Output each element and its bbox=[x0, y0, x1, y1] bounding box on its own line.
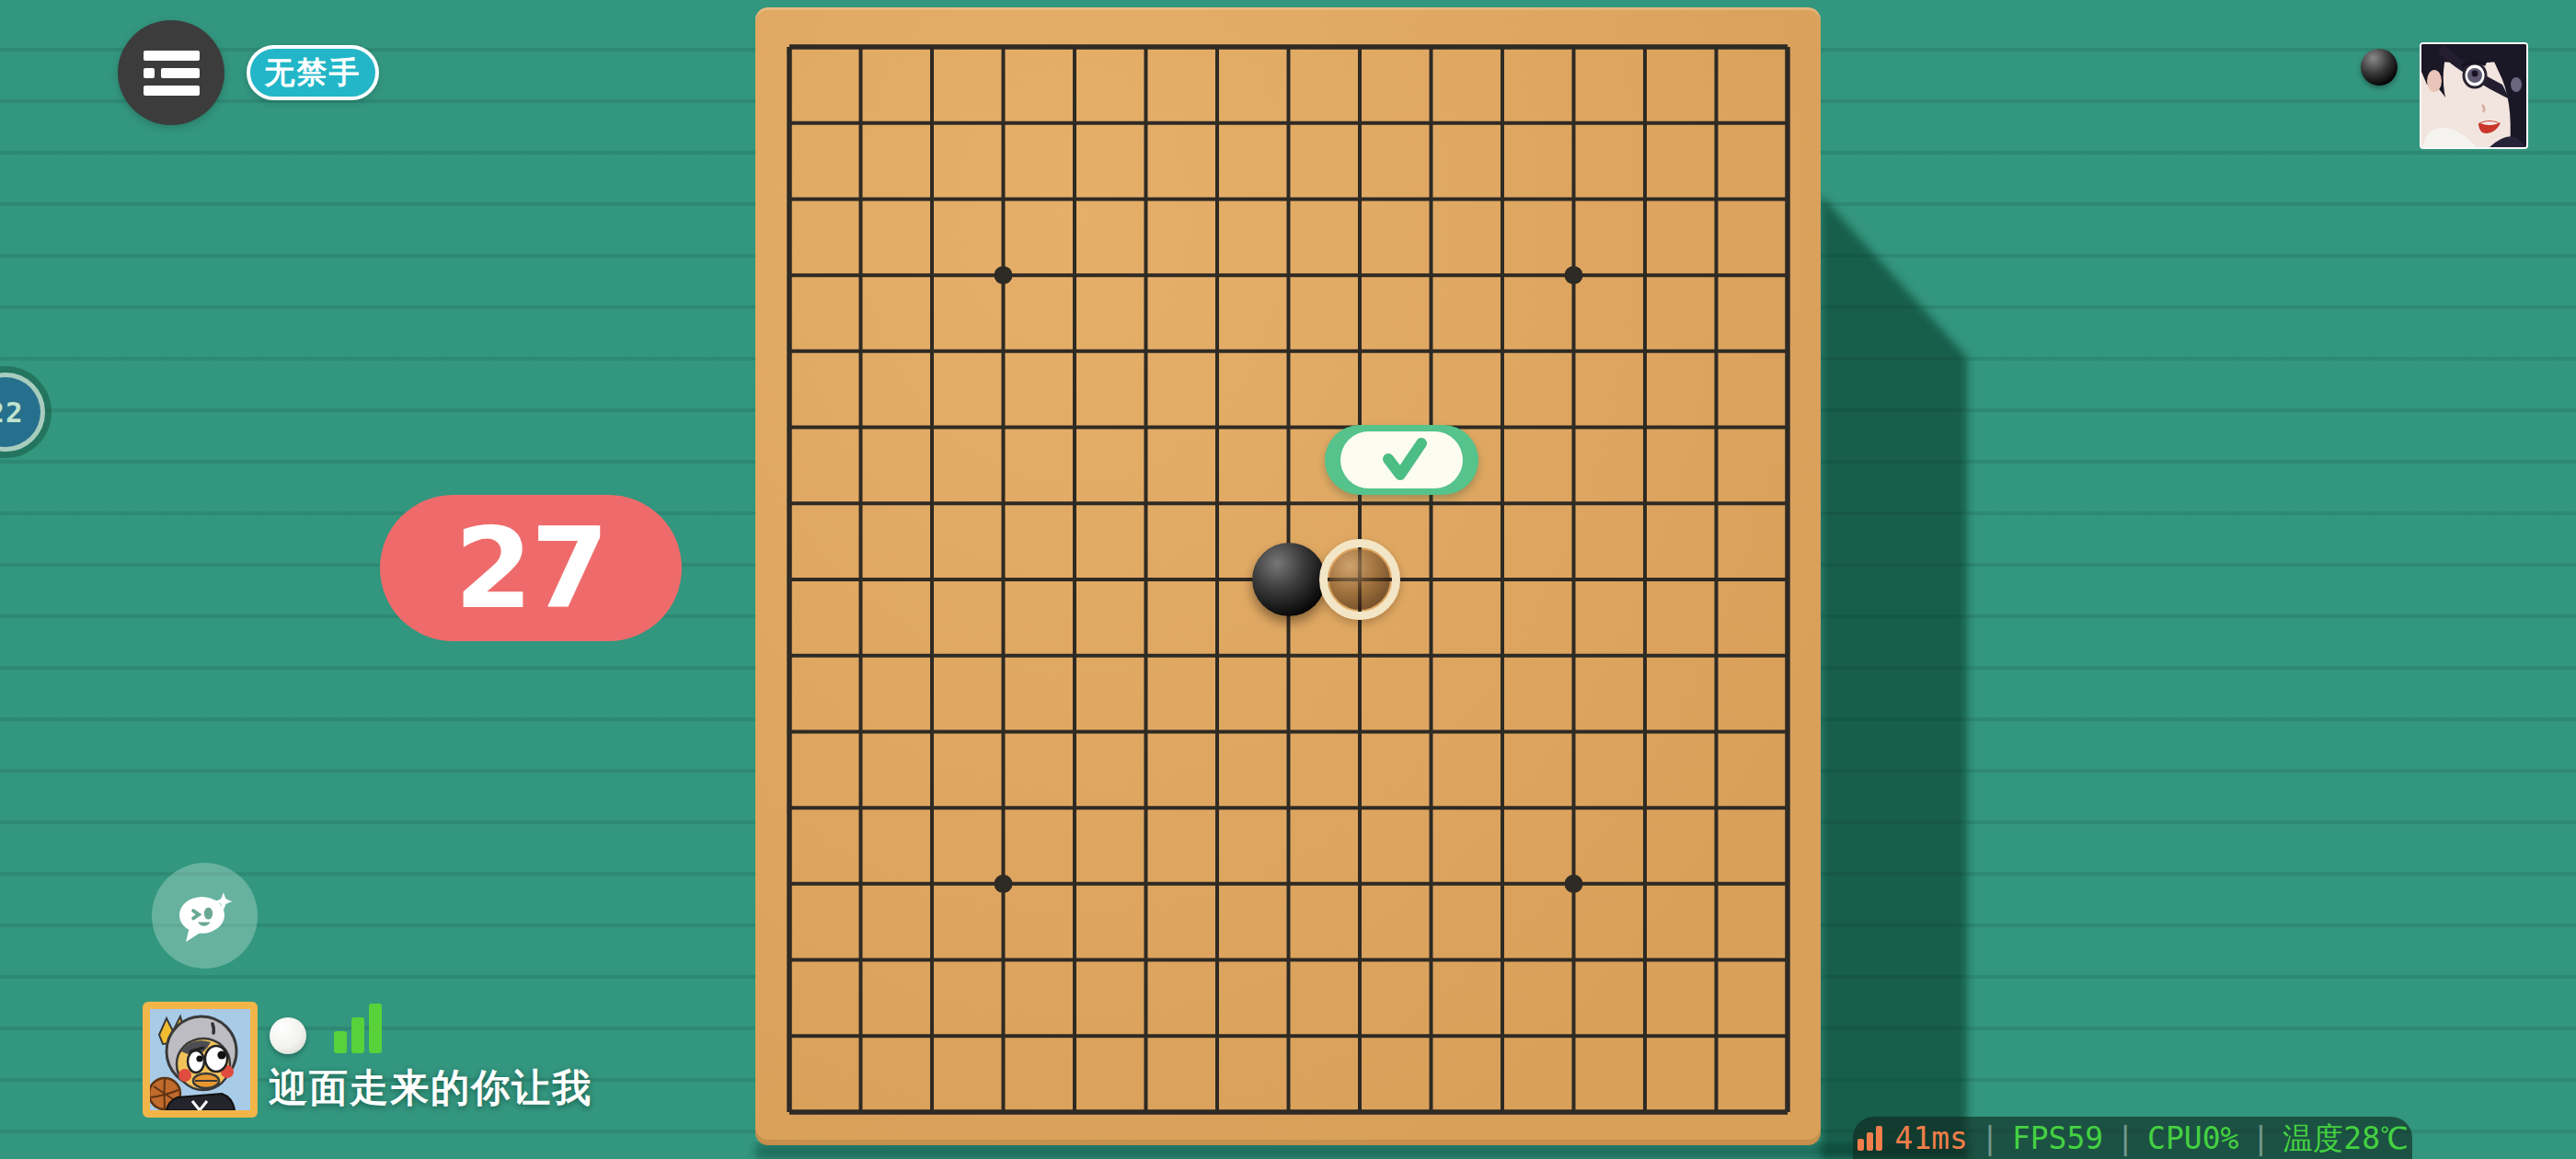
opponent-avatar[interactable] bbox=[2420, 42, 2528, 149]
pending-stone-preview bbox=[1329, 549, 1390, 610]
music-lyric-text: 迎面走来的你让我 bbox=[269, 1062, 592, 1114]
menu-button[interactable] bbox=[118, 20, 224, 125]
checkmark-icon bbox=[1375, 433, 1429, 487]
stats-separator: | bbox=[1981, 1123, 1999, 1153]
hamburger-menu-square bbox=[144, 68, 155, 78]
chat-bubble-icon bbox=[173, 884, 237, 948]
stone-black bbox=[1252, 543, 1326, 616]
signal-bar-2 bbox=[351, 1017, 364, 1053]
confirm-move-button[interactable] bbox=[1325, 425, 1478, 495]
pending-move-marker[interactable] bbox=[1319, 539, 1400, 620]
side-drawer-badge[interactable]: 22 bbox=[0, 320, 98, 504]
player-avatar[interactable] bbox=[143, 1002, 258, 1118]
hamburger-menu-icon bbox=[144, 51, 200, 61]
ping-bars-icon bbox=[1857, 1126, 1882, 1151]
hamburger-menu-bar bbox=[144, 86, 200, 96]
gomoku-board[interactable] bbox=[755, 7, 1821, 1145]
hamburger-menu-row bbox=[144, 68, 200, 78]
stats-separator: | bbox=[2116, 1123, 2134, 1153]
confirm-inner-pill bbox=[1340, 431, 1463, 488]
chat-button[interactable] bbox=[152, 863, 258, 969]
cpu-value: CPU0% bbox=[2147, 1123, 2238, 1153]
rule-badge: 无禁手 bbox=[247, 45, 379, 100]
ping-value: 41ms bbox=[1895, 1123, 1968, 1153]
penguin-avatar-image bbox=[150, 1009, 250, 1110]
fps-value: FPS59 bbox=[2012, 1123, 2103, 1153]
move-timer: 27 bbox=[380, 495, 682, 641]
performance-stats-bar: 41ms | FPS59 | CPU0% | 温度28℃ bbox=[1853, 1117, 2412, 1159]
connection-signal-bars bbox=[334, 1004, 385, 1053]
signal-bar-3 bbox=[369, 1004, 382, 1053]
opponent-avatar-image bbox=[2421, 44, 2526, 147]
stats-separator: | bbox=[2251, 1123, 2270, 1153]
hamburger-menu-short-bar bbox=[161, 68, 200, 78]
temperature-value: 温度28℃ bbox=[2283, 1123, 2408, 1153]
player-stone-indicator bbox=[270, 1017, 306, 1054]
opponent-stone-indicator bbox=[2361, 49, 2398, 86]
game-screen: 无禁手 27 22 bbox=[0, 0, 2576, 1159]
signal-bar-1 bbox=[334, 1031, 347, 1053]
